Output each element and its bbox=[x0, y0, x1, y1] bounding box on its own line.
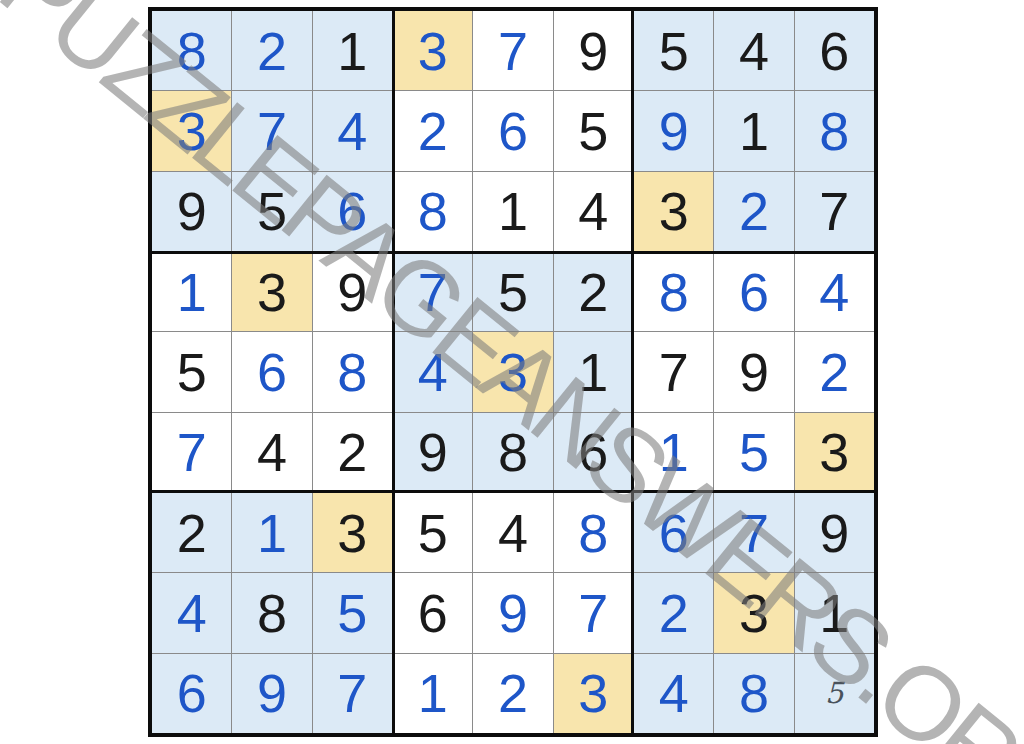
cell-r6c2[interactable]: 4 bbox=[232, 413, 311, 492]
cell-r9c7[interactable]: 4 bbox=[634, 654, 713, 733]
cell-r6c6[interactable]: 6 bbox=[554, 413, 633, 492]
cell-r2c5[interactable]: 6 bbox=[473, 91, 552, 170]
cell-r1c3[interactable]: 1 bbox=[313, 11, 392, 90]
cell-r3c7[interactable]: 3 bbox=[634, 172, 713, 251]
cell-r5c3[interactable]: 8 bbox=[313, 332, 392, 411]
cell-r5c5[interactable]: 3 bbox=[473, 332, 552, 411]
cell-r2c7[interactable]: 9 bbox=[634, 91, 713, 170]
cell-r4c2[interactable]: 3 bbox=[232, 252, 311, 331]
cell-r5c1[interactable]: 5 bbox=[152, 332, 231, 411]
cell-r8c4[interactable]: 6 bbox=[393, 573, 472, 652]
cell-r8c9[interactable]: 1 bbox=[795, 573, 874, 652]
cell-r4c1[interactable]: 1 bbox=[152, 252, 231, 331]
cell-r4c9[interactable]: 4 bbox=[795, 252, 874, 331]
cell-r4c4[interactable]: 7 bbox=[393, 252, 472, 331]
cell-r5c8[interactable]: 9 bbox=[714, 332, 793, 411]
cell-r6c5[interactable]: 8 bbox=[473, 413, 552, 492]
cell-r7c1[interactable]: 2 bbox=[152, 493, 231, 572]
cell-r8c1[interactable]: 4 bbox=[152, 573, 231, 652]
cell-r7c6[interactable]: 8 bbox=[554, 493, 633, 572]
cell-r9c2[interactable]: 9 bbox=[232, 654, 311, 733]
cell-r5c2[interactable]: 6 bbox=[232, 332, 311, 411]
cell-r6c3[interactable]: 2 bbox=[313, 413, 392, 492]
cell-r3c3[interactable]: 6 bbox=[313, 172, 392, 251]
cell-r4c5[interactable]: 5 bbox=[473, 252, 552, 331]
cell-r7c8[interactable]: 7 bbox=[714, 493, 793, 572]
cell-r8c7[interactable]: 2 bbox=[634, 573, 713, 652]
cell-r6c4[interactable]: 9 bbox=[393, 413, 472, 492]
cell-r2c1[interactable]: 3 bbox=[152, 91, 231, 170]
cell-r8c6[interactable]: 7 bbox=[554, 573, 633, 652]
cell-r8c5[interactable]: 9 bbox=[473, 573, 552, 652]
cell-r8c2[interactable]: 8 bbox=[232, 573, 311, 652]
cell-r2c6[interactable]: 5 bbox=[554, 91, 633, 170]
cell-r2c3[interactable]: 4 bbox=[313, 91, 392, 170]
cell-r2c2[interactable]: 7 bbox=[232, 91, 311, 170]
cell-r3c1[interactable]: 9 bbox=[152, 172, 231, 251]
cell-r2c9[interactable]: 8 bbox=[795, 91, 874, 170]
cell-r4c3[interactable]: 9 bbox=[313, 252, 392, 331]
cell-r2c4[interactable]: 2 bbox=[393, 91, 472, 170]
cell-r1c7[interactable]: 5 bbox=[634, 11, 713, 90]
cell-r1c4[interactable]: 3 bbox=[393, 11, 472, 90]
cell-r5c9[interactable]: 2 bbox=[795, 332, 874, 411]
cell-r3c4[interactable]: 8 bbox=[393, 172, 472, 251]
cell-r9c5[interactable]: 2 bbox=[473, 654, 552, 733]
cell-r1c5[interactable]: 7 bbox=[473, 11, 552, 90]
cell-r3c6[interactable]: 4 bbox=[554, 172, 633, 251]
cell-r5c7[interactable]: 7 bbox=[634, 332, 713, 411]
cell-r1c2[interactable]: 2 bbox=[232, 11, 311, 90]
cell-r7c2[interactable]: 1 bbox=[232, 493, 311, 572]
cell-r4c8[interactable]: 6 bbox=[714, 252, 793, 331]
cell-r3c9[interactable]: 7 bbox=[795, 172, 874, 251]
cell-r3c8[interactable]: 2 bbox=[714, 172, 793, 251]
cell-r4c7[interactable]: 8 bbox=[634, 252, 713, 331]
cell-r6c1[interactable]: 7 bbox=[152, 413, 231, 492]
cell-r6c7[interactable]: 1 bbox=[634, 413, 713, 492]
cell-r1c8[interactable]: 4 bbox=[714, 11, 793, 90]
cell-r9c3[interactable]: 7 bbox=[313, 654, 392, 733]
cell-r1c1[interactable]: 8 bbox=[152, 11, 231, 90]
cell-r7c4[interactable]: 5 bbox=[393, 493, 472, 572]
cell-r8c8[interactable]: 3 bbox=[714, 573, 793, 652]
cell-r9c4[interactable]: 1 bbox=[393, 654, 472, 733]
cell-r3c5[interactable]: 1 bbox=[473, 172, 552, 251]
cell-r6c9[interactable]: 3 bbox=[795, 413, 874, 492]
cell-r1c6[interactable]: 9 bbox=[554, 11, 633, 90]
cell-r7c7[interactable]: 6 bbox=[634, 493, 713, 572]
cell-r3c2[interactable]: 5 bbox=[232, 172, 311, 251]
cell-r6c8[interactable]: 5 bbox=[714, 413, 793, 492]
cell-r1c9[interactable]: 6 bbox=[795, 11, 874, 90]
cell-r2c8[interactable]: 1 bbox=[714, 91, 793, 170]
cell-r7c5[interactable]: 4 bbox=[473, 493, 552, 572]
cell-r9c9[interactable]: 5 bbox=[795, 654, 874, 733]
cell-r7c9[interactable]: 9 bbox=[795, 493, 874, 572]
sudoku-board: 8213795463742659189568143271397528645684… bbox=[148, 7, 878, 737]
cell-r4c6[interactable]: 2 bbox=[554, 252, 633, 331]
cell-r5c6[interactable]: 1 bbox=[554, 332, 633, 411]
cell-r9c6[interactable]: 3 bbox=[554, 654, 633, 733]
cell-r9c8[interactable]: 8 bbox=[714, 654, 793, 733]
cell-r8c3[interactable]: 5 bbox=[313, 573, 392, 652]
cell-r7c3[interactable]: 3 bbox=[313, 493, 392, 572]
cell-r5c4[interactable]: 4 bbox=[393, 332, 472, 411]
cell-r9c1[interactable]: 6 bbox=[152, 654, 231, 733]
